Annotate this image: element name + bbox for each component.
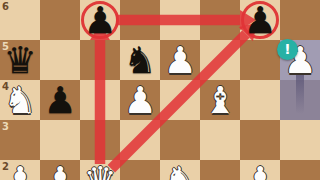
red-arrow-c6-g6 [116,10,256,30]
excellent-move-badge: ! [277,39,298,60]
white-pawn-d4[interactable]: ♟ [120,80,160,120]
black-queen-a5[interactable]: ♛ [0,40,40,80]
black-pawn-g6[interactable]: ♟ [240,0,280,40]
white-pawn-a2[interactable]: ♟ [0,160,40,180]
chess-board[interactable]: 65432 ♟♟♛♞♟♟♞♟♟♝♟♟♛♞♟ ! [0,0,320,180]
white-pawn-e5[interactable]: ♟ [160,40,200,80]
white-bishop-f4[interactable]: ♝ [200,80,240,120]
white-queen-c2[interactable]: ♛ [80,160,120,180]
red-arrow-c2-c6 [90,24,110,164]
black-pawn-c6[interactable]: ♟ [80,0,120,40]
white-pawn-b2[interactable]: ♟ [40,160,80,180]
black-pawn-b4[interactable]: ♟ [40,80,80,120]
white-knight-a4[interactable]: ♞ [0,80,40,120]
white-pawn-g2[interactable]: ♟ [240,160,280,180]
white-knight-e2[interactable]: ♞ [160,160,200,180]
black-knight-d5[interactable]: ♞ [120,40,160,80]
badge-symbol: ! [284,41,290,57]
